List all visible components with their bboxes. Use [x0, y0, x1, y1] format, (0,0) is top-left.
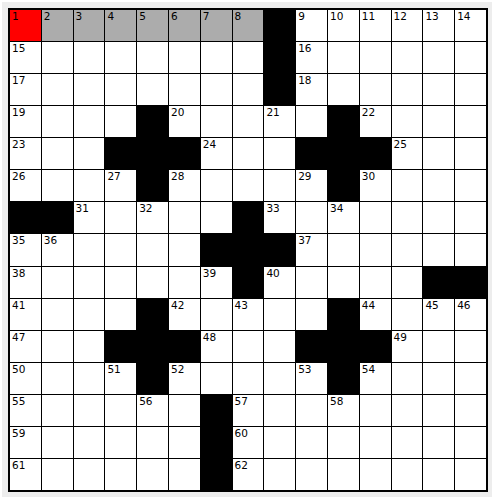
cell-r12c7[interactable] — [201, 363, 232, 394]
cell-r15c7 — [201, 459, 232, 490]
clue-number: 3 — [76, 10, 83, 22]
cell-r13c9[interactable] — [264, 395, 295, 426]
cell-r10c1[interactable]: 41 — [10, 299, 41, 330]
cell-r10c13[interactable] — [392, 299, 423, 330]
clue-number: 30 — [362, 170, 375, 182]
cell-r1c9 — [264, 10, 295, 41]
cell-r6c1[interactable]: 26 — [10, 170, 41, 201]
cell-r7c1 — [10, 202, 41, 233]
cell-r8c10[interactable]: 37 — [296, 234, 327, 265]
cell-r4c11 — [328, 106, 359, 137]
cell-r9c1[interactable]: 38 — [10, 267, 41, 298]
cell-r5c13[interactable]: 25 — [392, 138, 423, 169]
cell-r3c1[interactable]: 17 — [10, 74, 41, 105]
clue-number: 52 — [171, 363, 184, 375]
cell-r1c8[interactable]: 8 — [233, 10, 264, 41]
clue-number: 57 — [235, 395, 248, 407]
cell-r5c7[interactable]: 24 — [201, 138, 232, 169]
cell-r13c5[interactable]: 56 — [137, 395, 168, 426]
cell-r11c2[interactable] — [42, 331, 73, 362]
cell-r15c5[interactable] — [137, 459, 168, 490]
cell-r8c12[interactable] — [360, 234, 391, 265]
cell-r5c11 — [328, 138, 359, 169]
clue-number: 29 — [298, 170, 311, 182]
cell-r11c3[interactable] — [74, 331, 105, 362]
cell-r14c10[interactable] — [296, 427, 327, 458]
cell-r9c14 — [423, 267, 454, 298]
cell-r3c8[interactable] — [233, 74, 264, 105]
cell-r12c8[interactable] — [233, 363, 264, 394]
cell-r10c11 — [328, 299, 359, 330]
cell-r13c1[interactable]: 55 — [10, 395, 41, 426]
cell-r7c9[interactable]: 33 — [264, 202, 295, 233]
cell-r2c3[interactable] — [74, 42, 105, 73]
clue-number: 18 — [298, 74, 311, 86]
cell-r6c15[interactable] — [455, 170, 486, 201]
cell-r14c13[interactable] — [392, 427, 423, 458]
cell-r12c10[interactable]: 53 — [296, 363, 327, 394]
clue-number: 56 — [139, 395, 152, 407]
clue-number: 38 — [12, 267, 25, 279]
clue-number: 39 — [203, 267, 216, 279]
clue-number: 60 — [235, 427, 248, 439]
cell-r11c10 — [296, 331, 327, 362]
cell-r14c8[interactable]: 60 — [233, 427, 264, 458]
clue-number: 1 — [12, 10, 19, 22]
cell-r7c13[interactable] — [392, 202, 423, 233]
clue-number: 19 — [12, 106, 25, 118]
cell-r14c2[interactable] — [42, 427, 73, 458]
cell-r15c1[interactable]: 61 — [10, 459, 41, 490]
cell-r8c6[interactable] — [169, 234, 200, 265]
clue-number: 28 — [171, 170, 184, 182]
cell-r1c13[interactable]: 12 — [392, 10, 423, 41]
cell-r11c14[interactable] — [423, 331, 454, 362]
cell-r12c12[interactable]: 54 — [360, 363, 391, 394]
cell-r7c11[interactable]: 34 — [328, 202, 359, 233]
cell-r9c5[interactable] — [137, 267, 168, 298]
clue-number: 7 — [203, 10, 210, 22]
clue-number: 4 — [107, 10, 114, 22]
cell-r15c13[interactable] — [392, 459, 423, 490]
cell-r5c12 — [360, 138, 391, 169]
cell-r13c6[interactable] — [169, 395, 200, 426]
cell-r8c13[interactable] — [392, 234, 423, 265]
clue-number: 61 — [12, 459, 25, 471]
clue-number: 12 — [394, 10, 407, 22]
cell-r1c10[interactable]: 9 — [296, 10, 327, 41]
cell-r14c14[interactable] — [423, 427, 454, 458]
cell-r4c15[interactable] — [455, 106, 486, 137]
clue-number: 24 — [203, 138, 216, 150]
cell-r2c2[interactable] — [42, 42, 73, 73]
cell-r2c12[interactable] — [360, 42, 391, 73]
cell-r4c13[interactable] — [392, 106, 423, 137]
cell-r6c8[interactable] — [233, 170, 264, 201]
cell-r3c2[interactable] — [42, 74, 73, 105]
clue-number: 62 — [235, 459, 248, 471]
clue-number: 27 — [107, 170, 120, 182]
cell-r8c11[interactable] — [328, 234, 359, 265]
cell-r6c14[interactable] — [423, 170, 454, 201]
cell-r1c11[interactable]: 10 — [328, 10, 359, 41]
cell-r10c6[interactable]: 42 — [169, 299, 200, 330]
cell-r9c11[interactable] — [328, 267, 359, 298]
cell-r14c11[interactable] — [328, 427, 359, 458]
cell-r2c4[interactable] — [105, 42, 136, 73]
clue-number: 55 — [12, 395, 25, 407]
cell-r5c4 — [105, 138, 136, 169]
cell-r5c15[interactable] — [455, 138, 486, 169]
crossword-page: 1234567891011121314151617181920212223242… — [0, 0, 494, 499]
cell-r13c10[interactable] — [296, 395, 327, 426]
cell-r12c14[interactable] — [423, 363, 454, 394]
cell-r2c15[interactable] — [455, 42, 486, 73]
cell-r3c12[interactable] — [360, 74, 391, 105]
cell-r8c8 — [233, 234, 264, 265]
cell-r8c7 — [201, 234, 232, 265]
cell-r1c2[interactable]: 2 — [42, 10, 73, 41]
cell-r2c6[interactable] — [169, 42, 200, 73]
cell-r9c10[interactable] — [296, 267, 327, 298]
cell-r13c12[interactable] — [360, 395, 391, 426]
cell-r10c7[interactable] — [201, 299, 232, 330]
cell-r9c15 — [455, 267, 486, 298]
cell-r1c4[interactable]: 4 — [105, 10, 136, 41]
clue-number: 8 — [235, 10, 242, 22]
cell-r11c11 — [328, 331, 359, 362]
cell-r2c8[interactable] — [233, 42, 264, 73]
cell-r6c2[interactable] — [42, 170, 73, 201]
cell-r8c15[interactable] — [455, 234, 486, 265]
clue-number: 6 — [171, 10, 178, 22]
cell-r7c6[interactable] — [169, 202, 200, 233]
cell-r11c9[interactable] — [264, 331, 295, 362]
clue-number: 21 — [266, 106, 279, 118]
cell-r6c5 — [137, 170, 168, 201]
cell-r12c15[interactable] — [455, 363, 486, 394]
cell-r5c2[interactable] — [42, 138, 73, 169]
cell-r14c6[interactable] — [169, 427, 200, 458]
clue-number: 50 — [12, 363, 25, 375]
cell-r10c9[interactable] — [264, 299, 295, 330]
cell-r14c3[interactable] — [74, 427, 105, 458]
cell-r10c12[interactable]: 44 — [360, 299, 391, 330]
cell-r5c10 — [296, 138, 327, 169]
cell-r14c7 — [201, 427, 232, 458]
clue-number: 37 — [298, 234, 311, 246]
crossword-grid: 1234567891011121314151617181920212223242… — [8, 8, 488, 492]
cell-r1c6[interactable]: 6 — [169, 10, 200, 41]
cell-r12c3[interactable] — [74, 363, 105, 394]
cell-r4c10[interactable] — [296, 106, 327, 137]
clue-number: 43 — [235, 299, 248, 311]
clue-number: 54 — [362, 363, 375, 375]
clue-number: 25 — [394, 138, 407, 150]
cell-r3c13[interactable] — [392, 74, 423, 105]
clue-number: 33 — [266, 202, 279, 214]
cell-r5c14[interactable] — [423, 138, 454, 169]
cell-r9c6[interactable] — [169, 267, 200, 298]
cell-r14c4[interactable] — [105, 427, 136, 458]
cell-r15c8[interactable]: 62 — [233, 459, 264, 490]
clue-number: 35 — [12, 234, 25, 246]
cell-r11c13[interactable]: 49 — [392, 331, 423, 362]
cell-r6c9[interactable] — [264, 170, 295, 201]
clue-number: 26 — [12, 170, 25, 182]
clue-number: 46 — [457, 299, 470, 311]
cell-r13c3[interactable] — [74, 395, 105, 426]
cell-r9c9[interactable]: 40 — [264, 267, 295, 298]
cell-r11c12 — [360, 331, 391, 362]
cell-r10c3[interactable] — [74, 299, 105, 330]
cell-r2c9 — [264, 42, 295, 73]
cell-r8c4[interactable] — [105, 234, 136, 265]
clue-number: 31 — [76, 202, 89, 214]
cell-r12c9[interactable] — [264, 363, 295, 394]
cell-r11c4 — [105, 331, 136, 362]
cell-r13c2[interactable] — [42, 395, 73, 426]
cell-r8c3[interactable] — [74, 234, 105, 265]
cell-r9c4[interactable] — [105, 267, 136, 298]
cell-r12c4[interactable]: 51 — [105, 363, 136, 394]
cell-r12c13[interactable] — [392, 363, 423, 394]
cell-r2c1[interactable]: 15 — [10, 42, 41, 73]
clue-number: 42 — [171, 299, 184, 311]
cell-r7c4[interactable] — [105, 202, 136, 233]
cell-r15c12[interactable] — [360, 459, 391, 490]
cell-r6c12[interactable]: 30 — [360, 170, 391, 201]
clue-number: 13 — [425, 10, 438, 22]
cell-r7c5[interactable]: 32 — [137, 202, 168, 233]
clue-number: 23 — [12, 138, 25, 150]
cell-r1c15[interactable]: 14 — [455, 10, 486, 41]
cell-r11c7[interactable]: 48 — [201, 331, 232, 362]
cell-r5c8[interactable] — [233, 138, 264, 169]
cell-r11c15[interactable] — [455, 331, 486, 362]
cell-r3c14[interactable] — [423, 74, 454, 105]
cell-r12c6[interactable]: 52 — [169, 363, 200, 394]
cell-r15c3[interactable] — [74, 459, 105, 490]
cell-r13c4[interactable] — [105, 395, 136, 426]
cell-r13c7 — [201, 395, 232, 426]
cell-r14c5[interactable] — [137, 427, 168, 458]
cell-r4c3[interactable] — [74, 106, 105, 137]
cell-r14c9[interactable] — [264, 427, 295, 458]
cell-r2c5[interactable] — [137, 42, 168, 73]
cell-r11c6 — [169, 331, 200, 362]
clue-number: 16 — [298, 42, 311, 54]
cell-r6c10[interactable]: 29 — [296, 170, 327, 201]
cell-r4c7[interactable] — [201, 106, 232, 137]
cell-r14c15[interactable] — [455, 427, 486, 458]
cell-r3c11[interactable] — [328, 74, 359, 105]
cell-r12c5 — [137, 363, 168, 394]
clue-number: 10 — [330, 10, 343, 22]
clue-number: 45 — [425, 299, 438, 311]
cell-r4c4[interactable] — [105, 106, 136, 137]
cell-r14c12[interactable] — [360, 427, 391, 458]
cell-r8c2[interactable]: 36 — [42, 234, 73, 265]
cell-r3c7[interactable] — [201, 74, 232, 105]
cell-r11c1[interactable]: 47 — [10, 331, 41, 362]
cell-r3c6[interactable] — [169, 74, 200, 105]
cell-r12c1[interactable]: 50 — [10, 363, 41, 394]
clue-number: 17 — [12, 74, 25, 86]
cell-r13c13[interactable] — [392, 395, 423, 426]
cell-r9c13[interactable] — [392, 267, 423, 298]
cell-r4c8[interactable] — [233, 106, 264, 137]
cell-r5c1[interactable]: 23 — [10, 138, 41, 169]
cell-r2c7[interactable] — [201, 42, 232, 73]
cell-r5c6 — [169, 138, 200, 169]
clue-number: 15 — [12, 42, 25, 54]
clue-number: 36 — [44, 234, 57, 246]
cell-r2c14[interactable] — [423, 42, 454, 73]
cell-r13c11[interactable]: 58 — [328, 395, 359, 426]
cell-r12c2[interactable] — [42, 363, 73, 394]
cell-r12c11 — [328, 363, 359, 394]
cell-r10c14[interactable]: 45 — [423, 299, 454, 330]
cell-r6c11 — [328, 170, 359, 201]
cell-r15c6[interactable] — [169, 459, 200, 490]
cell-r15c10[interactable] — [296, 459, 327, 490]
cell-r4c1[interactable]: 19 — [10, 106, 41, 137]
cell-r3c10[interactable]: 18 — [296, 74, 327, 105]
cell-r5c9[interactable] — [264, 138, 295, 169]
cell-r4c6[interactable]: 20 — [169, 106, 200, 137]
cell-r9c7[interactable]: 39 — [201, 267, 232, 298]
clue-number: 51 — [107, 363, 120, 375]
clue-number: 22 — [362, 106, 375, 118]
cell-r7c2 — [42, 202, 73, 233]
cell-r15c9[interactable] — [264, 459, 295, 490]
cell-r9c8 — [233, 267, 264, 298]
clue-number: 41 — [12, 299, 25, 311]
cell-r10c2[interactable] — [42, 299, 73, 330]
cell-r13c8[interactable]: 57 — [233, 395, 264, 426]
clue-number: 59 — [12, 427, 25, 439]
cell-r2c11[interactable] — [328, 42, 359, 73]
cell-r6c4[interactable]: 27 — [105, 170, 136, 201]
cell-r7c15[interactable] — [455, 202, 486, 233]
cell-r13c14[interactable] — [423, 395, 454, 426]
cell-r6c6[interactable]: 28 — [169, 170, 200, 201]
cell-r2c13[interactable] — [392, 42, 423, 73]
cell-r1c12[interactable]: 11 — [360, 10, 391, 41]
cell-r15c15[interactable] — [455, 459, 486, 490]
cell-r8c1[interactable]: 35 — [10, 234, 41, 265]
cell-r7c7[interactable] — [201, 202, 232, 233]
cell-r11c5 — [137, 331, 168, 362]
cell-r15c14[interactable] — [423, 459, 454, 490]
cell-r1c3[interactable]: 3 — [74, 10, 105, 41]
cell-r11c8[interactable] — [233, 331, 264, 362]
cell-r6c7[interactable] — [201, 170, 232, 201]
cell-r13c15[interactable] — [455, 395, 486, 426]
clue-number: 11 — [362, 10, 375, 22]
cell-r1c14[interactable]: 13 — [423, 10, 454, 41]
clue-number: 2 — [44, 10, 51, 22]
cell-r10c10[interactable] — [296, 299, 327, 330]
clue-number: 5 — [139, 10, 146, 22]
cell-r4c2[interactable] — [42, 106, 73, 137]
cell-r5c5 — [137, 138, 168, 169]
cell-r3c3[interactable] — [74, 74, 105, 105]
cell-r7c12[interactable] — [360, 202, 391, 233]
clue-number: 40 — [266, 267, 279, 279]
clue-number: 58 — [330, 395, 343, 407]
cell-r15c4[interactable] — [105, 459, 136, 490]
cell-r3c5[interactable] — [137, 74, 168, 105]
cell-r3c4[interactable] — [105, 74, 136, 105]
cell-r2c10[interactable]: 16 — [296, 42, 327, 73]
cell-r8c5[interactable] — [137, 234, 168, 265]
cell-r7c3[interactable]: 31 — [74, 202, 105, 233]
cell-r8c9 — [264, 234, 295, 265]
clue-number: 49 — [394, 331, 407, 343]
cell-r10c5 — [137, 299, 168, 330]
cell-r10c4[interactable] — [105, 299, 136, 330]
cell-r10c8[interactable]: 43 — [233, 299, 264, 330]
page-background: 1234567891011121314151617181920212223242… — [2, 2, 492, 497]
cell-r9c2[interactable] — [42, 267, 73, 298]
clue-number: 34 — [330, 202, 343, 214]
clue-number: 44 — [362, 299, 375, 311]
cell-r3c9 — [264, 74, 295, 105]
clue-number: 53 — [298, 363, 311, 375]
cell-r10c15[interactable]: 46 — [455, 299, 486, 330]
cell-r15c11[interactable] — [328, 459, 359, 490]
cell-r7c14[interactable] — [423, 202, 454, 233]
cell-r8c14[interactable] — [423, 234, 454, 265]
clue-number: 47 — [12, 331, 25, 343]
cell-r9c3[interactable] — [74, 267, 105, 298]
cell-r1c1[interactable]: 1 — [10, 10, 41, 41]
cell-r9c12[interactable] — [360, 267, 391, 298]
cell-r14c1[interactable]: 59 — [10, 427, 41, 458]
cell-r4c5 — [137, 106, 168, 137]
cell-r7c8 — [233, 202, 264, 233]
cell-r4c12[interactable]: 22 — [360, 106, 391, 137]
cell-r6c3[interactable] — [74, 170, 105, 201]
clue-number: 48 — [203, 331, 216, 343]
cell-r1c5[interactable]: 5 — [137, 10, 168, 41]
cell-r6c13[interactable] — [392, 170, 423, 201]
cell-r5c3[interactable] — [74, 138, 105, 169]
cell-r1c7[interactable]: 7 — [201, 10, 232, 41]
clue-number: 14 — [457, 10, 470, 22]
cell-r7c10[interactable] — [296, 202, 327, 233]
cell-r3c15[interactable] — [455, 74, 486, 105]
clue-number: 9 — [298, 10, 305, 22]
clue-number: 20 — [171, 106, 184, 118]
cell-r4c9[interactable]: 21 — [264, 106, 295, 137]
cell-r15c2[interactable] — [42, 459, 73, 490]
clue-number: 32 — [139, 202, 152, 214]
cell-r4c14[interactable] — [423, 106, 454, 137]
